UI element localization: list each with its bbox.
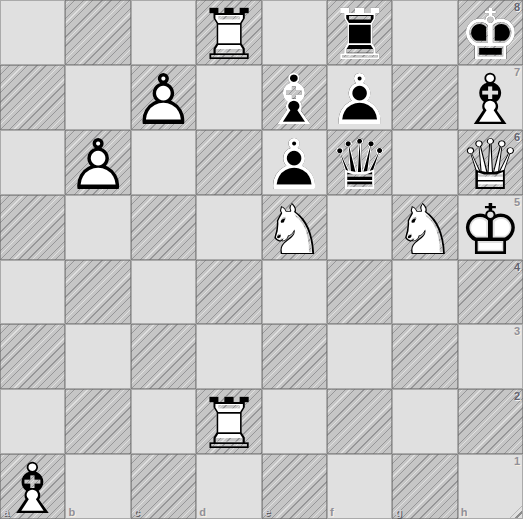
white-king: ♚♔ [458,195,523,260]
square-a8[interactable] [0,0,65,65]
white-knight-outline-glyph: ♘ [263,195,326,265]
square-c1[interactable]: c [131,454,196,519]
square-e2[interactable] [262,389,327,454]
square-d2[interactable]: ♜♖ [196,389,261,454]
square-f5[interactable] [327,195,392,260]
square-a6[interactable] [0,130,65,195]
square-b7[interactable] [65,65,130,130]
square-e1[interactable]: e [262,454,327,519]
square-g8[interactable] [392,0,457,65]
square-h4[interactable]: 4 [458,260,523,325]
square-h2[interactable]: 2 [458,389,523,454]
square-f3[interactable] [327,324,392,389]
square-f8[interactable]: ♜♖ [327,0,392,65]
square-d4[interactable] [196,260,261,325]
square-d3[interactable] [196,324,261,389]
square-e6[interactable]: ♟♙ [262,130,327,195]
rank-label-6: 6 [514,131,520,143]
black-bishop-fill-glyph: ♝ [263,65,326,135]
chess-board: ♜♖♜♖8♚♔♟♙♝♗♟♙7♝♗♟♙♟♙♛♕6♛♕♞♘♞♘5♚♔43♜♖2a♝♗… [0,0,523,519]
black-rook-fill-glyph: ♜ [328,0,391,70]
white-pawn: ♟♙ [131,65,196,130]
white-rook-fill-glyph: ♜ [197,389,260,459]
square-h3[interactable]: 3 [458,324,523,389]
square-g3[interactable] [392,324,457,389]
square-c6[interactable] [131,130,196,195]
black-pawn-fill-glyph: ♟ [328,65,391,135]
white-queen: ♛♕ [458,130,523,195]
square-a1[interactable]: a♝♗ [0,454,65,519]
square-f1[interactable]: f [327,454,392,519]
file-label-e: e [265,506,271,518]
file-label-b: b [68,506,75,518]
white-bishop: ♝♗ [0,454,65,519]
square-a7[interactable] [0,65,65,130]
white-king-fill-glyph: ♚ [459,195,522,265]
rank-label-2: 2 [514,390,520,402]
square-a5[interactable] [0,195,65,260]
file-label-c: c [134,506,140,518]
square-g7[interactable] [392,65,457,130]
square-g6[interactable] [392,130,457,195]
rank-label-8: 8 [514,1,520,13]
square-d7[interactable] [196,65,261,130]
black-queen-fill-glyph: ♛ [328,130,391,200]
square-h7[interactable]: 7♝♗ [458,65,523,130]
white-knight-fill-glyph: ♞ [263,195,326,265]
rank-label-3: 3 [514,325,520,337]
square-b1[interactable]: b [65,454,130,519]
white-rook: ♜♖ [196,389,261,454]
square-g2[interactable] [392,389,457,454]
black-pawn: ♟♙ [327,65,392,130]
rank-label-5: 5 [514,196,520,208]
square-g1[interactable]: g [392,454,457,519]
file-label-d: d [199,506,206,518]
black-rook-outline-glyph: ♖ [328,0,391,70]
square-f4[interactable] [327,260,392,325]
square-g5[interactable]: ♞♘ [392,195,457,260]
white-pawn-fill-glyph: ♟ [67,130,130,200]
white-bishop: ♝♗ [458,65,523,130]
square-c3[interactable] [131,324,196,389]
white-rook-outline-glyph: ♖ [197,0,260,70]
black-queen: ♛♕ [327,130,392,195]
white-pawn: ♟♙ [65,130,130,195]
white-queen-fill-glyph: ♛ [459,130,522,200]
white-knight: ♞♘ [392,195,457,260]
white-pawn-outline-glyph: ♙ [67,130,130,200]
black-king-outline-glyph: ♔ [459,0,522,70]
square-a3[interactable] [0,324,65,389]
black-rook: ♜♖ [327,0,392,65]
white-knight-fill-glyph: ♞ [394,195,457,265]
square-g4[interactable] [392,260,457,325]
rank-label-7: 7 [514,66,520,78]
file-label-g: g [395,506,402,518]
white-knight: ♞♘ [262,195,327,260]
white-rook-outline-glyph: ♖ [197,389,260,459]
white-bishop-fill-glyph: ♝ [1,454,64,519]
white-queen-outline-glyph: ♕ [459,130,522,200]
square-e4[interactable] [262,260,327,325]
white-bishop-outline-glyph: ♗ [459,65,522,135]
square-h5[interactable]: 5♚♔ [458,195,523,260]
black-queen-outline-glyph: ♕ [328,130,391,200]
black-bishop-outline-glyph: ♗ [263,65,326,135]
square-d6[interactable] [196,130,261,195]
square-b3[interactable] [65,324,130,389]
square-d8[interactable]: ♜♖ [196,0,261,65]
square-e7[interactable]: ♝♗ [262,65,327,130]
square-c4[interactable] [131,260,196,325]
black-bishop: ♝♗ [262,65,327,130]
square-h8[interactable]: 8♚♔ [458,0,523,65]
square-f2[interactable] [327,389,392,454]
file-label-h: h [461,506,468,518]
square-h1[interactable]: 1h [458,454,523,519]
square-b2[interactable] [65,389,130,454]
white-king-outline-glyph: ♔ [459,195,522,265]
square-b4[interactable] [65,260,130,325]
white-bishop-fill-glyph: ♝ [459,65,522,135]
white-bishop-outline-glyph: ♗ [1,454,64,519]
white-rook: ♜♖ [196,0,261,65]
square-d1[interactable]: d [196,454,261,519]
black-pawn-fill-glyph: ♟ [263,130,326,200]
rank-label-1: 1 [514,455,520,467]
black-king: ♚♔ [458,0,523,65]
white-knight-outline-glyph: ♘ [394,195,457,265]
white-pawn-outline-glyph: ♙ [132,65,195,135]
square-e8[interactable] [262,0,327,65]
black-pawn-outline-glyph: ♙ [263,130,326,200]
white-pawn-fill-glyph: ♟ [132,65,195,135]
square-c5[interactable] [131,195,196,260]
square-a2[interactable] [0,389,65,454]
square-f6[interactable]: ♛♕ [327,130,392,195]
square-b8[interactable] [65,0,130,65]
square-a4[interactable] [0,260,65,325]
square-c8[interactable] [131,0,196,65]
square-h6[interactable]: 6♛♕ [458,130,523,195]
black-pawn: ♟♙ [262,130,327,195]
black-king-fill-glyph: ♚ [459,0,522,70]
square-e5[interactable]: ♞♘ [262,195,327,260]
file-label-a: a [3,506,9,518]
white-rook-fill-glyph: ♜ [197,0,260,70]
square-c7[interactable]: ♟♙ [131,65,196,130]
square-b6[interactable]: ♟♙ [65,130,130,195]
square-e3[interactable] [262,324,327,389]
rank-label-4: 4 [514,261,520,273]
square-f7[interactable]: ♟♙ [327,65,392,130]
file-label-f: f [330,506,334,518]
square-d5[interactable] [196,195,261,260]
square-b5[interactable] [65,195,130,260]
black-pawn-outline-glyph: ♙ [328,65,391,135]
square-c2[interactable] [131,389,196,454]
